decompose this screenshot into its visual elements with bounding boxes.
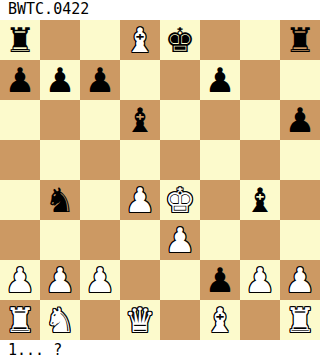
square-c7[interactable]: ♟ — [80, 60, 120, 100]
piece-black-knight: ♞ — [45, 180, 75, 220]
square-f8[interactable] — [200, 20, 240, 60]
square-g3[interactable] — [240, 220, 280, 260]
square-g6[interactable] — [240, 100, 280, 140]
chess-board: ♜♝♚♜♟♟♟♟♝♟♞♟♚♝♟♟♟♟♟♟♟♜♞♛♝♜ — [0, 20, 320, 340]
square-g8[interactable] — [240, 20, 280, 60]
square-b1[interactable]: ♞ — [40, 300, 80, 340]
square-h6[interactable]: ♟ — [280, 100, 320, 140]
square-e3[interactable]: ♟ — [160, 220, 200, 260]
piece-white-pawn: ♟ — [165, 220, 195, 260]
square-g5[interactable] — [240, 140, 280, 180]
square-a6[interactable] — [0, 100, 40, 140]
piece-black-pawn: ♟ — [45, 60, 75, 100]
piece-white-rook: ♜ — [5, 300, 35, 340]
square-h2[interactable]: ♟ — [280, 260, 320, 300]
square-d2[interactable] — [120, 260, 160, 300]
square-e5[interactable] — [160, 140, 200, 180]
square-f6[interactable] — [200, 100, 240, 140]
square-b4[interactable]: ♞ — [40, 180, 80, 220]
square-d6[interactable]: ♝ — [120, 100, 160, 140]
square-g1[interactable] — [240, 300, 280, 340]
piece-black-pawn: ♟ — [85, 60, 115, 100]
square-a8[interactable]: ♜ — [0, 20, 40, 60]
piece-black-pawn: ♟ — [5, 60, 35, 100]
square-f2[interactable]: ♟ — [200, 260, 240, 300]
piece-white-bishop: ♝ — [205, 300, 235, 340]
piece-white-pawn: ♟ — [45, 260, 75, 300]
piece-white-pawn: ♟ — [125, 180, 155, 220]
square-a4[interactable] — [0, 180, 40, 220]
square-d7[interactable] — [120, 60, 160, 100]
square-a1[interactable]: ♜ — [0, 300, 40, 340]
square-g4[interactable]: ♝ — [240, 180, 280, 220]
square-e7[interactable] — [160, 60, 200, 100]
square-a5[interactable] — [0, 140, 40, 180]
piece-black-rook: ♜ — [5, 20, 35, 60]
piece-white-queen: ♛ — [125, 300, 155, 340]
square-c4[interactable] — [80, 180, 120, 220]
square-f7[interactable]: ♟ — [200, 60, 240, 100]
square-e1[interactable] — [160, 300, 200, 340]
square-c1[interactable] — [80, 300, 120, 340]
square-e4[interactable]: ♚ — [160, 180, 200, 220]
square-h4[interactable] — [280, 180, 320, 220]
square-f3[interactable] — [200, 220, 240, 260]
piece-white-pawn: ♟ — [85, 260, 115, 300]
chess-puzzle-screen: BWTC.0422 ♜♝♚♜♟♟♟♟♝♟♞♟♚♝♟♟♟♟♟♟♟♜♞♛♝♜ 1..… — [0, 0, 320, 360]
square-h5[interactable] — [280, 140, 320, 180]
square-h8[interactable]: ♜ — [280, 20, 320, 60]
square-h7[interactable] — [280, 60, 320, 100]
square-c5[interactable] — [80, 140, 120, 180]
square-f4[interactable] — [200, 180, 240, 220]
piece-black-bishop: ♝ — [245, 180, 275, 220]
square-c6[interactable] — [80, 100, 120, 140]
piece-black-bishop: ♝ — [125, 100, 155, 140]
square-e2[interactable] — [160, 260, 200, 300]
piece-white-rook: ♜ — [285, 300, 315, 340]
square-b8[interactable] — [40, 20, 80, 60]
piece-black-pawn: ♟ — [205, 60, 235, 100]
square-g2[interactable]: ♟ — [240, 260, 280, 300]
piece-black-rook: ♜ — [285, 20, 315, 60]
square-d4[interactable]: ♟ — [120, 180, 160, 220]
piece-white-pawn: ♟ — [5, 260, 35, 300]
piece-black-king: ♚ — [165, 20, 195, 60]
square-d3[interactable] — [120, 220, 160, 260]
square-b5[interactable] — [40, 140, 80, 180]
puzzle-id: BWTC.0422 — [0, 0, 320, 20]
square-h1[interactable]: ♜ — [280, 300, 320, 340]
square-a2[interactable]: ♟ — [0, 260, 40, 300]
move-prompt: 1... ? — [0, 340, 320, 360]
square-d1[interactable]: ♛ — [120, 300, 160, 340]
square-d5[interactable] — [120, 140, 160, 180]
square-b7[interactable]: ♟ — [40, 60, 80, 100]
square-b6[interactable] — [40, 100, 80, 140]
square-c8[interactable] — [80, 20, 120, 60]
piece-white-pawn: ♟ — [245, 260, 275, 300]
square-e6[interactable] — [160, 100, 200, 140]
square-h3[interactable] — [280, 220, 320, 260]
square-c3[interactable] — [80, 220, 120, 260]
square-b3[interactable] — [40, 220, 80, 260]
piece-white-knight: ♞ — [45, 300, 75, 340]
square-a3[interactable] — [0, 220, 40, 260]
square-g7[interactable] — [240, 60, 280, 100]
piece-black-pawn: ♟ — [285, 100, 315, 140]
piece-white-king: ♚ — [165, 180, 195, 220]
square-f1[interactable]: ♝ — [200, 300, 240, 340]
piece-white-pawn: ♟ — [285, 260, 315, 300]
square-b2[interactable]: ♟ — [40, 260, 80, 300]
square-a7[interactable]: ♟ — [0, 60, 40, 100]
piece-black-pawn: ♟ — [205, 260, 235, 300]
square-c2[interactable]: ♟ — [80, 260, 120, 300]
square-d8[interactable]: ♝ — [120, 20, 160, 60]
square-f5[interactable] — [200, 140, 240, 180]
piece-white-bishop: ♝ — [125, 20, 155, 60]
square-e8[interactable]: ♚ — [160, 20, 200, 60]
